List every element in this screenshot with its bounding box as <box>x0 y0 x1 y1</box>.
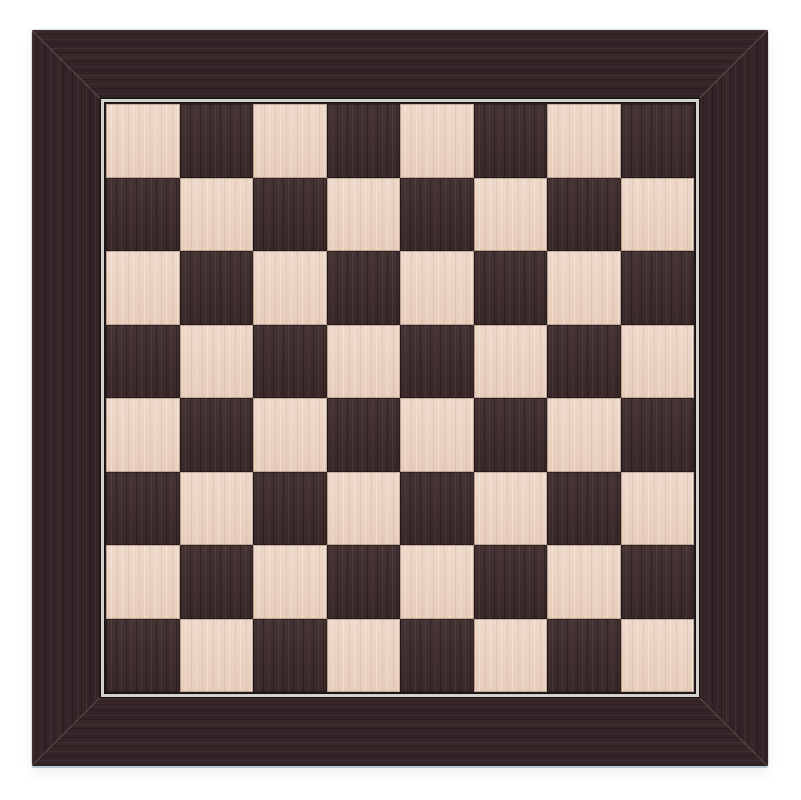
square-b8[interactable] <box>180 104 254 178</box>
square-f5[interactable] <box>474 325 548 399</box>
square-h2[interactable] <box>621 545 695 619</box>
square-d7[interactable] <box>327 178 401 252</box>
square-h4[interactable] <box>621 398 695 472</box>
board-frame-left <box>32 30 101 766</box>
square-g6[interactable] <box>547 251 621 325</box>
square-e1[interactable] <box>400 619 474 693</box>
chess-board <box>32 30 768 766</box>
square-f7[interactable] <box>474 178 548 252</box>
board-frame-bottom <box>32 697 768 766</box>
square-f3[interactable] <box>474 472 548 546</box>
square-h5[interactable] <box>621 325 695 399</box>
square-e7[interactable] <box>400 178 474 252</box>
square-f6[interactable] <box>474 251 548 325</box>
square-e6[interactable] <box>400 251 474 325</box>
square-g5[interactable] <box>547 325 621 399</box>
square-b3[interactable] <box>180 472 254 546</box>
square-c2[interactable] <box>253 545 327 619</box>
square-d3[interactable] <box>327 472 401 546</box>
square-a2[interactable] <box>106 545 180 619</box>
square-d6[interactable] <box>327 251 401 325</box>
square-g3[interactable] <box>547 472 621 546</box>
square-c3[interactable] <box>253 472 327 546</box>
square-c6[interactable] <box>253 251 327 325</box>
square-h6[interactable] <box>621 251 695 325</box>
square-b4[interactable] <box>180 398 254 472</box>
square-f8[interactable] <box>474 104 548 178</box>
square-h7[interactable] <box>621 178 695 252</box>
square-c7[interactable] <box>253 178 327 252</box>
square-b1[interactable] <box>180 619 254 693</box>
square-a7[interactable] <box>106 178 180 252</box>
square-e4[interactable] <box>400 398 474 472</box>
square-b5[interactable] <box>180 325 254 399</box>
square-d2[interactable] <box>327 545 401 619</box>
square-b6[interactable] <box>180 251 254 325</box>
square-a8[interactable] <box>106 104 180 178</box>
square-c8[interactable] <box>253 104 327 178</box>
square-g2[interactable] <box>547 545 621 619</box>
square-b2[interactable] <box>180 545 254 619</box>
square-d1[interactable] <box>327 619 401 693</box>
square-d5[interactable] <box>327 325 401 399</box>
board-frame-right <box>699 30 768 766</box>
square-g8[interactable] <box>547 104 621 178</box>
square-e3[interactable] <box>400 472 474 546</box>
photo-background <box>0 0 801 800</box>
square-a3[interactable] <box>106 472 180 546</box>
square-d4[interactable] <box>327 398 401 472</box>
square-a6[interactable] <box>106 251 180 325</box>
square-e5[interactable] <box>400 325 474 399</box>
square-g4[interactable] <box>547 398 621 472</box>
square-h8[interactable] <box>621 104 695 178</box>
square-e8[interactable] <box>400 104 474 178</box>
square-g7[interactable] <box>547 178 621 252</box>
square-f1[interactable] <box>474 619 548 693</box>
board-inlay-border <box>101 99 699 697</box>
square-e2[interactable] <box>400 545 474 619</box>
board-grid <box>106 104 694 692</box>
board-frame-top <box>32 30 768 99</box>
square-a1[interactable] <box>106 619 180 693</box>
square-b7[interactable] <box>180 178 254 252</box>
square-c4[interactable] <box>253 398 327 472</box>
square-a4[interactable] <box>106 398 180 472</box>
square-a5[interactable] <box>106 325 180 399</box>
square-c5[interactable] <box>253 325 327 399</box>
square-d8[interactable] <box>327 104 401 178</box>
square-g1[interactable] <box>547 619 621 693</box>
square-h3[interactable] <box>621 472 695 546</box>
square-f2[interactable] <box>474 545 548 619</box>
square-h1[interactable] <box>621 619 695 693</box>
square-f4[interactable] <box>474 398 548 472</box>
square-c1[interactable] <box>253 619 327 693</box>
